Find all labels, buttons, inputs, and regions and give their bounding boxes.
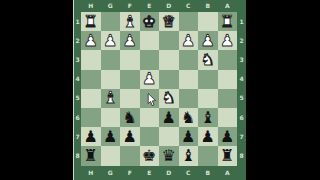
board-border-corner	[74, 166, 81, 180]
square-h1[interactable]: ♜	[81, 12, 101, 31]
rank-label-right-5: 5	[237, 89, 246, 108]
rank-label-left-2: 2	[74, 31, 81, 50]
black-pawn[interactable]: ♟	[103, 129, 117, 145]
square-d5[interactable]: ♞	[159, 89, 179, 108]
square-a6[interactable]	[218, 108, 238, 127]
square-d1[interactable]: ♛	[159, 12, 179, 31]
black-pawn[interactable]: ♟	[220, 129, 234, 145]
rank-label-left-7: 7	[74, 127, 81, 146]
white-pawn[interactable]: ♟	[84, 33, 98, 49]
square-g3[interactable]	[101, 50, 121, 69]
file-label-bottom-c: C	[179, 166, 199, 180]
black-rook[interactable]: ♜	[84, 148, 98, 164]
black-pawn[interactable]: ♟	[123, 129, 137, 145]
square-a4[interactable]	[218, 70, 238, 89]
square-b6[interactable]: ♝	[198, 108, 218, 127]
square-c4[interactable]	[179, 70, 199, 89]
square-e6[interactable]	[140, 108, 160, 127]
board-border-corner	[74, 0, 81, 12]
black-king[interactable]: ♚	[142, 148, 156, 164]
square-c5[interactable]	[179, 89, 199, 108]
file-label-bottom-d: D	[159, 166, 179, 180]
file-label-top-b: B	[198, 0, 218, 12]
white-queen[interactable]: ♛	[162, 14, 176, 30]
black-pawn[interactable]: ♟	[201, 129, 215, 145]
square-b7[interactable]: ♟	[198, 127, 218, 146]
square-a7[interactable]: ♟	[218, 127, 238, 146]
square-c6[interactable]: ♞	[179, 108, 199, 127]
rank-label-right-6: 6	[237, 108, 246, 127]
square-d2[interactable]	[159, 31, 179, 50]
square-f7[interactable]: ♟	[120, 127, 140, 146]
square-e3[interactable]	[140, 50, 160, 69]
square-g2[interactable]: ♟	[101, 31, 121, 50]
white-king[interactable]: ♚	[142, 14, 156, 30]
square-h3[interactable]	[81, 50, 101, 69]
board-border-corner	[237, 166, 246, 180]
file-label-top-e: E	[140, 0, 160, 12]
square-f5[interactable]	[120, 89, 140, 108]
square-b4[interactable]	[198, 70, 218, 89]
square-c8[interactable]: ♝	[179, 146, 199, 165]
square-a1[interactable]: ♜	[218, 12, 238, 31]
square-h6[interactable]	[81, 108, 101, 127]
rank-label-right-2: 2	[237, 31, 246, 50]
square-b5[interactable]	[198, 89, 218, 108]
square-a2[interactable]: ♟	[218, 31, 238, 50]
square-e8[interactable]: ♚	[140, 146, 160, 165]
square-h8[interactable]: ♜	[81, 146, 101, 165]
white-pawn[interactable]: ♟	[142, 71, 156, 87]
square-e1[interactable]: ♚	[140, 12, 160, 31]
black-rook[interactable]: ♜	[220, 148, 234, 164]
black-queen[interactable]: ♛	[162, 148, 176, 164]
file-label-top-a: A	[218, 0, 238, 12]
square-c1[interactable]	[179, 12, 199, 31]
rank-label-right-1: 1	[237, 12, 246, 31]
rank-label-left-8: 8	[74, 146, 81, 165]
square-f8[interactable]	[120, 146, 140, 165]
square-g8[interactable]	[101, 146, 121, 165]
rank-label-left-1: 1	[74, 12, 81, 31]
square-d7[interactable]	[159, 127, 179, 146]
file-label-top-h: H	[81, 0, 101, 12]
white-pawn[interactable]: ♟	[123, 33, 137, 49]
square-g7[interactable]: ♟	[101, 127, 121, 146]
black-knight[interactable]: ♞	[123, 110, 137, 126]
square-b2[interactable]: ♟	[198, 31, 218, 50]
square-a8[interactable]: ♜	[218, 146, 238, 165]
square-g5[interactable]: ♝	[101, 89, 121, 108]
square-f4[interactable]	[120, 70, 140, 89]
square-a3[interactable]	[218, 50, 238, 69]
square-d6[interactable]: ♟	[159, 108, 179, 127]
white-pawn[interactable]: ♟	[181, 33, 195, 49]
square-d8[interactable]: ♛	[159, 146, 179, 165]
square-f6[interactable]: ♞	[120, 108, 140, 127]
square-g4[interactable]	[101, 70, 121, 89]
square-h5[interactable]	[81, 89, 101, 108]
file-label-bottom-b: B	[198, 166, 218, 180]
file-label-bottom-a: A	[218, 166, 238, 180]
square-b1[interactable]	[198, 12, 218, 31]
rank-label-left-3: 3	[74, 50, 81, 69]
square-b8[interactable]	[198, 146, 218, 165]
rank-label-right-4: 4	[237, 70, 246, 89]
square-a5[interactable]	[218, 89, 238, 108]
rank-label-right-7: 7	[237, 127, 246, 146]
square-d4[interactable]	[159, 70, 179, 89]
rank-label-left-4: 4	[74, 70, 81, 89]
square-g1[interactable]	[101, 12, 121, 31]
file-label-top-g: G	[101, 0, 121, 12]
white-knight[interactable]: ♞	[162, 90, 176, 106]
white-knight[interactable]: ♞	[201, 52, 215, 68]
file-label-top-f: F	[120, 0, 140, 12]
square-c3[interactable]	[179, 50, 199, 69]
white-bishop[interactable]: ♝	[103, 90, 117, 106]
file-label-bottom-h: H	[81, 166, 101, 180]
black-pawn[interactable]: ♟	[162, 110, 176, 126]
black-bishop[interactable]: ♝	[201, 110, 215, 126]
rank-label-left-6: 6	[74, 108, 81, 127]
square-c7[interactable]: ♟	[179, 127, 199, 146]
black-pawn[interactable]: ♟	[181, 129, 195, 145]
chess-board: HGFEDCBA1♜♝♚♛♜12♟♟♟♟♟♟23♞34♟45♝♞56♞♟♞♝67…	[73, 0, 246, 180]
white-pawn[interactable]: ♟	[103, 33, 117, 49]
rank-label-right-3: 3	[237, 50, 246, 69]
square-f2[interactable]: ♟	[120, 31, 140, 50]
rank-label-left-5: 5	[74, 89, 81, 108]
square-h4[interactable]	[81, 70, 101, 89]
white-rook[interactable]: ♜	[84, 14, 98, 30]
square-g6[interactable]	[101, 108, 121, 127]
square-c2[interactable]: ♟	[179, 31, 199, 50]
black-bishop[interactable]: ♝	[181, 148, 195, 164]
black-pawn[interactable]: ♟	[84, 129, 98, 145]
square-b3[interactable]: ♞	[198, 50, 218, 69]
board-border-corner	[237, 0, 246, 12]
square-f1[interactable]: ♝	[120, 12, 140, 31]
file-label-bottom-e: E	[140, 166, 160, 180]
white-pawn[interactable]: ♟	[201, 33, 215, 49]
square-h2[interactable]: ♟	[81, 31, 101, 50]
white-rook[interactable]: ♜	[220, 14, 234, 30]
square-e4[interactable]: ♟	[140, 70, 160, 89]
white-pawn[interactable]: ♟	[220, 33, 234, 49]
file-label-bottom-f: F	[120, 166, 140, 180]
rank-label-right-8: 8	[237, 146, 246, 165]
file-label-top-c: C	[179, 0, 199, 12]
square-e2[interactable]	[140, 31, 160, 50]
black-knight[interactable]: ♞	[181, 110, 195, 126]
file-label-top-d: D	[159, 0, 179, 12]
square-d3[interactable]	[159, 50, 179, 69]
square-e5[interactable]	[140, 89, 160, 108]
file-label-bottom-g: G	[101, 166, 121, 180]
square-e7[interactable]	[140, 127, 160, 146]
square-h7[interactable]: ♟	[81, 127, 101, 146]
square-f3[interactable]	[120, 50, 140, 69]
white-bishop[interactable]: ♝	[123, 14, 137, 30]
